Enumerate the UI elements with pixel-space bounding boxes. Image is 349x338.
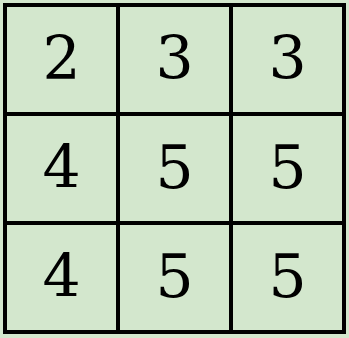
grid-cell-r3c3[interactable]: 5 (233, 225, 342, 330)
grid-cell-r2c3[interactable]: 5 (233, 116, 342, 221)
number-grid-board: 2 3 3 4 5 5 4 5 5 (3, 3, 346, 334)
grid-cell-r3c1[interactable]: 4 (7, 225, 116, 330)
puzzle-page: 2 3 3 4 5 5 4 5 5 (0, 0, 349, 338)
grid-cell-r1c1[interactable]: 2 (7, 7, 116, 112)
grid-cell-r2c2[interactable]: 5 (120, 116, 229, 221)
grid-cell-r2c1[interactable]: 4 (7, 116, 116, 221)
grid-cell-r1c3[interactable]: 3 (233, 7, 342, 112)
grid-cell-r3c2[interactable]: 5 (120, 225, 229, 330)
grid-cell-r1c2[interactable]: 3 (120, 7, 229, 112)
